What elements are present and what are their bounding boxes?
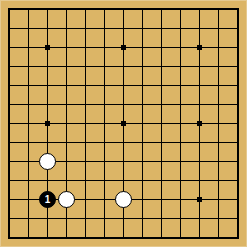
- intersection: [95, 133, 114, 152]
- intersection: [228, 38, 247, 57]
- white-stone: [58, 191, 75, 208]
- hoshi-star-point: [121, 45, 126, 50]
- intersection: [38, 57, 57, 76]
- intersection: [133, 38, 152, 57]
- intersection: [171, 38, 190, 57]
- intersection: [114, 190, 133, 209]
- intersection: [133, 76, 152, 95]
- intersection: [190, 38, 209, 57]
- intersection: [0, 114, 19, 133]
- intersection: [228, 57, 247, 76]
- hoshi-star-point: [197, 45, 202, 50]
- intersection: [152, 171, 171, 190]
- intersection: [190, 0, 209, 19]
- intersection: [209, 38, 228, 57]
- intersection: [114, 171, 133, 190]
- intersection: [152, 19, 171, 38]
- intersection: [228, 152, 247, 171]
- intersection: [0, 190, 19, 209]
- intersection: [228, 133, 247, 152]
- intersection: [38, 76, 57, 95]
- intersection: [171, 57, 190, 76]
- intersection: [190, 19, 209, 38]
- white-stone: [115, 191, 132, 208]
- intersection: [19, 133, 38, 152]
- intersection: [19, 114, 38, 133]
- intersection: [95, 114, 114, 133]
- intersection: [114, 0, 133, 19]
- intersection: [19, 38, 38, 57]
- intersection: [133, 57, 152, 76]
- intersection: [0, 38, 19, 57]
- intersection: [95, 152, 114, 171]
- intersection: [209, 57, 228, 76]
- intersection: [190, 209, 209, 228]
- white-stone: [39, 153, 56, 170]
- intersection: 1: [38, 190, 57, 209]
- intersection: [19, 19, 38, 38]
- intersection: [0, 133, 19, 152]
- intersection: [19, 228, 38, 247]
- hoshi-star-point: [197, 197, 202, 202]
- intersection: [0, 76, 19, 95]
- intersection: [0, 0, 19, 19]
- intersection: [228, 0, 247, 19]
- intersection: [95, 57, 114, 76]
- intersection: [38, 228, 57, 247]
- intersection: [19, 171, 38, 190]
- intersection: [0, 171, 19, 190]
- intersection: [95, 19, 114, 38]
- intersection: [19, 209, 38, 228]
- intersection: [76, 19, 95, 38]
- intersection: [152, 114, 171, 133]
- intersection: [76, 114, 95, 133]
- intersection: [152, 228, 171, 247]
- intersection: [76, 171, 95, 190]
- intersection: [114, 228, 133, 247]
- intersection: [0, 95, 19, 114]
- intersection: [0, 152, 19, 171]
- hoshi-star-point: [121, 121, 126, 126]
- intersection: [209, 114, 228, 133]
- intersection: [133, 209, 152, 228]
- intersection: [76, 76, 95, 95]
- intersection: [133, 0, 152, 19]
- intersection: [95, 95, 114, 114]
- intersection: [57, 152, 76, 171]
- intersection: [190, 171, 209, 190]
- intersection: [38, 152, 57, 171]
- intersection: [190, 190, 209, 209]
- intersection: [171, 0, 190, 19]
- intersection: [57, 190, 76, 209]
- intersection: [114, 114, 133, 133]
- intersection: [19, 76, 38, 95]
- intersection: [209, 19, 228, 38]
- intersection: [171, 228, 190, 247]
- intersection: [152, 209, 171, 228]
- intersection: [57, 95, 76, 114]
- intersection: [57, 57, 76, 76]
- go-diagram: 1: [0, 0, 247, 247]
- intersection: [228, 228, 247, 247]
- intersection: [38, 209, 57, 228]
- intersection: [228, 171, 247, 190]
- intersection: [57, 38, 76, 57]
- intersection: [171, 133, 190, 152]
- intersection: [57, 114, 76, 133]
- intersection: [228, 19, 247, 38]
- intersection: [38, 171, 57, 190]
- intersection: [133, 95, 152, 114]
- intersection: [114, 209, 133, 228]
- intersection: [57, 76, 76, 95]
- intersection: [133, 190, 152, 209]
- intersection: [95, 228, 114, 247]
- intersection: [114, 38, 133, 57]
- intersection: [57, 228, 76, 247]
- intersection: [171, 114, 190, 133]
- go-board-grid: 1: [0, 0, 247, 247]
- intersection: [152, 38, 171, 57]
- intersection: [19, 0, 38, 19]
- intersection: [190, 133, 209, 152]
- intersection: [0, 57, 19, 76]
- intersection: [57, 19, 76, 38]
- intersection: [19, 57, 38, 76]
- intersection: [171, 19, 190, 38]
- intersection: [171, 171, 190, 190]
- intersection: [0, 19, 19, 38]
- intersection: [76, 152, 95, 171]
- intersection: [190, 114, 209, 133]
- intersection: [190, 152, 209, 171]
- intersection: [228, 190, 247, 209]
- intersection: [152, 76, 171, 95]
- hoshi-star-point: [45, 45, 50, 50]
- intersection: [209, 152, 228, 171]
- intersection: [57, 209, 76, 228]
- intersection: [114, 19, 133, 38]
- hoshi-star-point: [197, 121, 202, 126]
- intersection: [0, 228, 19, 247]
- intersection: [133, 19, 152, 38]
- intersection: [228, 95, 247, 114]
- intersection: [38, 19, 57, 38]
- intersection: [190, 76, 209, 95]
- intersection: [152, 133, 171, 152]
- intersection: [38, 38, 57, 57]
- intersection: [76, 38, 95, 57]
- intersection: [171, 209, 190, 228]
- intersection: [76, 57, 95, 76]
- intersection: [228, 209, 247, 228]
- intersection: [76, 133, 95, 152]
- intersection: [133, 228, 152, 247]
- intersection: [209, 0, 228, 19]
- intersection: [114, 57, 133, 76]
- intersection: [152, 152, 171, 171]
- intersection: [38, 133, 57, 152]
- intersection: [57, 0, 76, 19]
- intersection: [190, 57, 209, 76]
- intersection: [19, 190, 38, 209]
- intersection: [95, 38, 114, 57]
- intersection: [19, 95, 38, 114]
- intersection: [190, 95, 209, 114]
- intersection: [19, 152, 38, 171]
- intersection: [95, 190, 114, 209]
- intersection: [38, 0, 57, 19]
- intersection: [209, 133, 228, 152]
- intersection: [133, 171, 152, 190]
- intersection: [114, 133, 133, 152]
- intersection: [95, 76, 114, 95]
- intersection: [0, 209, 19, 228]
- intersection: [152, 190, 171, 209]
- intersection: [95, 0, 114, 19]
- intersection: [209, 171, 228, 190]
- intersection: [133, 114, 152, 133]
- intersection: [114, 152, 133, 171]
- black-stone: 1: [39, 191, 56, 208]
- intersection: [152, 57, 171, 76]
- intersection: [76, 209, 95, 228]
- intersection: [209, 228, 228, 247]
- intersection: [171, 190, 190, 209]
- move-number-label: 1: [45, 194, 51, 204]
- intersection: [76, 0, 95, 19]
- intersection: [209, 95, 228, 114]
- intersection: [95, 171, 114, 190]
- intersection: [57, 171, 76, 190]
- intersection: [133, 133, 152, 152]
- intersection: [209, 190, 228, 209]
- intersection: [171, 76, 190, 95]
- intersection: [76, 190, 95, 209]
- intersection: [95, 209, 114, 228]
- intersection: [76, 228, 95, 247]
- intersection: [228, 76, 247, 95]
- intersection: [152, 95, 171, 114]
- intersection: [152, 0, 171, 19]
- intersection: [38, 95, 57, 114]
- intersection: [114, 76, 133, 95]
- intersection: [171, 152, 190, 171]
- intersection: [133, 152, 152, 171]
- intersection: [171, 95, 190, 114]
- hoshi-star-point: [45, 121, 50, 126]
- intersection: [114, 95, 133, 114]
- intersection: [190, 228, 209, 247]
- intersection: [38, 114, 57, 133]
- intersection: [209, 209, 228, 228]
- intersection: [228, 114, 247, 133]
- intersection: [209, 76, 228, 95]
- intersection: [57, 133, 76, 152]
- intersection: [76, 95, 95, 114]
